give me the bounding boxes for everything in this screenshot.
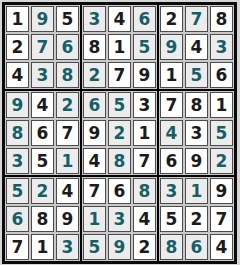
cell-r5c2[interactable]: 6 xyxy=(31,120,54,146)
cell-r1c8[interactable]: 7 xyxy=(185,6,208,32)
cell-r5c5[interactable]: 2 xyxy=(108,120,131,146)
cell-r3c3[interactable]: 8 xyxy=(56,62,79,88)
cell-r8c4[interactable]: 1 xyxy=(83,206,106,232)
cell-r5c6[interactable]: 1 xyxy=(133,120,156,146)
cell-r3c9[interactable]: 6 xyxy=(210,62,233,88)
cell-r3c6[interactable]: 9 xyxy=(133,62,156,88)
cell-r5c7[interactable]: 4 xyxy=(160,120,183,146)
cell-r2c1[interactable]: 2 xyxy=(6,34,29,60)
cell-r6c9[interactable]: 2 xyxy=(210,148,233,174)
box-3-1: 524689713 xyxy=(5,177,80,261)
cell-r1c3[interactable]: 5 xyxy=(56,6,79,32)
cell-r3c8[interactable]: 5 xyxy=(185,62,208,88)
cell-r1c2[interactable]: 9 xyxy=(31,6,54,32)
cell-r5c3[interactable]: 7 xyxy=(56,120,79,146)
cell-r3c2[interactable]: 3 xyxy=(31,62,54,88)
cell-r4c2[interactable]: 4 xyxy=(31,92,54,118)
cell-r7c7[interactable]: 3 xyxy=(160,178,183,204)
cell-r6c1[interactable]: 3 xyxy=(6,148,29,174)
cell-r6c8[interactable]: 9 xyxy=(185,148,208,174)
cell-r1c5[interactable]: 4 xyxy=(108,6,131,32)
cell-r9c9[interactable]: 4 xyxy=(210,234,233,260)
cell-r7c8[interactable]: 1 xyxy=(185,178,208,204)
cell-r7c3[interactable]: 4 xyxy=(56,178,79,204)
box-1-1: 195276438 xyxy=(5,5,80,89)
cell-r6c5[interactable]: 8 xyxy=(108,148,131,174)
cell-r1c9[interactable]: 8 xyxy=(210,6,233,32)
box-2-1: 942867351 xyxy=(5,91,80,175)
cell-r4c1[interactable]: 9 xyxy=(6,92,29,118)
cell-r4c6[interactable]: 3 xyxy=(133,92,156,118)
cell-r7c5[interactable]: 6 xyxy=(108,178,131,204)
cell-r6c6[interactable]: 7 xyxy=(133,148,156,174)
sudoku-board: 1952764383468152792789431569428673516539… xyxy=(2,2,237,264)
cell-r6c2[interactable]: 5 xyxy=(31,148,54,174)
cell-r7c4[interactable]: 7 xyxy=(83,178,106,204)
cell-r8c7[interactable]: 5 xyxy=(160,206,183,232)
cell-r9c7[interactable]: 8 xyxy=(160,234,183,260)
cell-r4c7[interactable]: 7 xyxy=(160,92,183,118)
cell-r2c5[interactable]: 1 xyxy=(108,34,131,60)
cell-r8c8[interactable]: 2 xyxy=(185,206,208,232)
cell-r2c9[interactable]: 3 xyxy=(210,34,233,60)
cell-r9c5[interactable]: 9 xyxy=(108,234,131,260)
cell-r1c4[interactable]: 3 xyxy=(83,6,106,32)
cell-r1c6[interactable]: 6 xyxy=(133,6,156,32)
box-2-3: 781435692 xyxy=(159,91,234,175)
box-2-2: 653921487 xyxy=(82,91,157,175)
cell-r3c5[interactable]: 7 xyxy=(108,62,131,88)
cell-r8c1[interactable]: 6 xyxy=(6,206,29,232)
cell-r3c4[interactable]: 2 xyxy=(83,62,106,88)
cell-r2c7[interactable]: 9 xyxy=(160,34,183,60)
cell-r7c1[interactable]: 5 xyxy=(6,178,29,204)
cell-r4c8[interactable]: 8 xyxy=(185,92,208,118)
cell-r7c9[interactable]: 9 xyxy=(210,178,233,204)
cell-r4c5[interactable]: 5 xyxy=(108,92,131,118)
cell-r5c8[interactable]: 3 xyxy=(185,120,208,146)
box-3-3: 319527864 xyxy=(159,177,234,261)
box-1-2: 346815279 xyxy=(82,5,157,89)
cell-r6c4[interactable]: 4 xyxy=(83,148,106,174)
cell-r5c9[interactable]: 5 xyxy=(210,120,233,146)
cell-r2c2[interactable]: 7 xyxy=(31,34,54,60)
cell-r6c7[interactable]: 6 xyxy=(160,148,183,174)
cell-r8c6[interactable]: 4 xyxy=(133,206,156,232)
cell-r9c8[interactable]: 6 xyxy=(185,234,208,260)
cell-r7c6[interactable]: 8 xyxy=(133,178,156,204)
box-1-3: 278943156 xyxy=(159,5,234,89)
cell-r2c6[interactable]: 5 xyxy=(133,34,156,60)
cell-r9c6[interactable]: 2 xyxy=(133,234,156,260)
box-3-2: 768134592 xyxy=(82,177,157,261)
cell-r4c3[interactable]: 2 xyxy=(56,92,79,118)
cell-r9c1[interactable]: 7 xyxy=(6,234,29,260)
cell-r4c4[interactable]: 6 xyxy=(83,92,106,118)
cell-r6c3[interactable]: 1 xyxy=(56,148,79,174)
cell-r1c1[interactable]: 1 xyxy=(6,6,29,32)
cell-r7c2[interactable]: 2 xyxy=(31,178,54,204)
cell-r2c4[interactable]: 8 xyxy=(83,34,106,60)
cell-r9c2[interactable]: 1 xyxy=(31,234,54,260)
cell-r2c3[interactable]: 6 xyxy=(56,34,79,60)
cell-r5c4[interactable]: 9 xyxy=(83,120,106,146)
cell-r8c3[interactable]: 9 xyxy=(56,206,79,232)
cell-r1c7[interactable]: 2 xyxy=(160,6,183,32)
cell-r9c4[interactable]: 5 xyxy=(83,234,106,260)
cell-r8c2[interactable]: 8 xyxy=(31,206,54,232)
sudoku-app: 1952764383468152792789431569428673516539… xyxy=(0,0,239,265)
cell-r3c7[interactable]: 1 xyxy=(160,62,183,88)
cell-r4c9[interactable]: 1 xyxy=(210,92,233,118)
cell-r3c1[interactable]: 4 xyxy=(6,62,29,88)
cell-r2c8[interactable]: 4 xyxy=(185,34,208,60)
cell-r5c1[interactable]: 8 xyxy=(6,120,29,146)
cell-r9c3[interactable]: 3 xyxy=(56,234,79,260)
cell-r8c9[interactable]: 7 xyxy=(210,206,233,232)
cell-r8c5[interactable]: 3 xyxy=(108,206,131,232)
